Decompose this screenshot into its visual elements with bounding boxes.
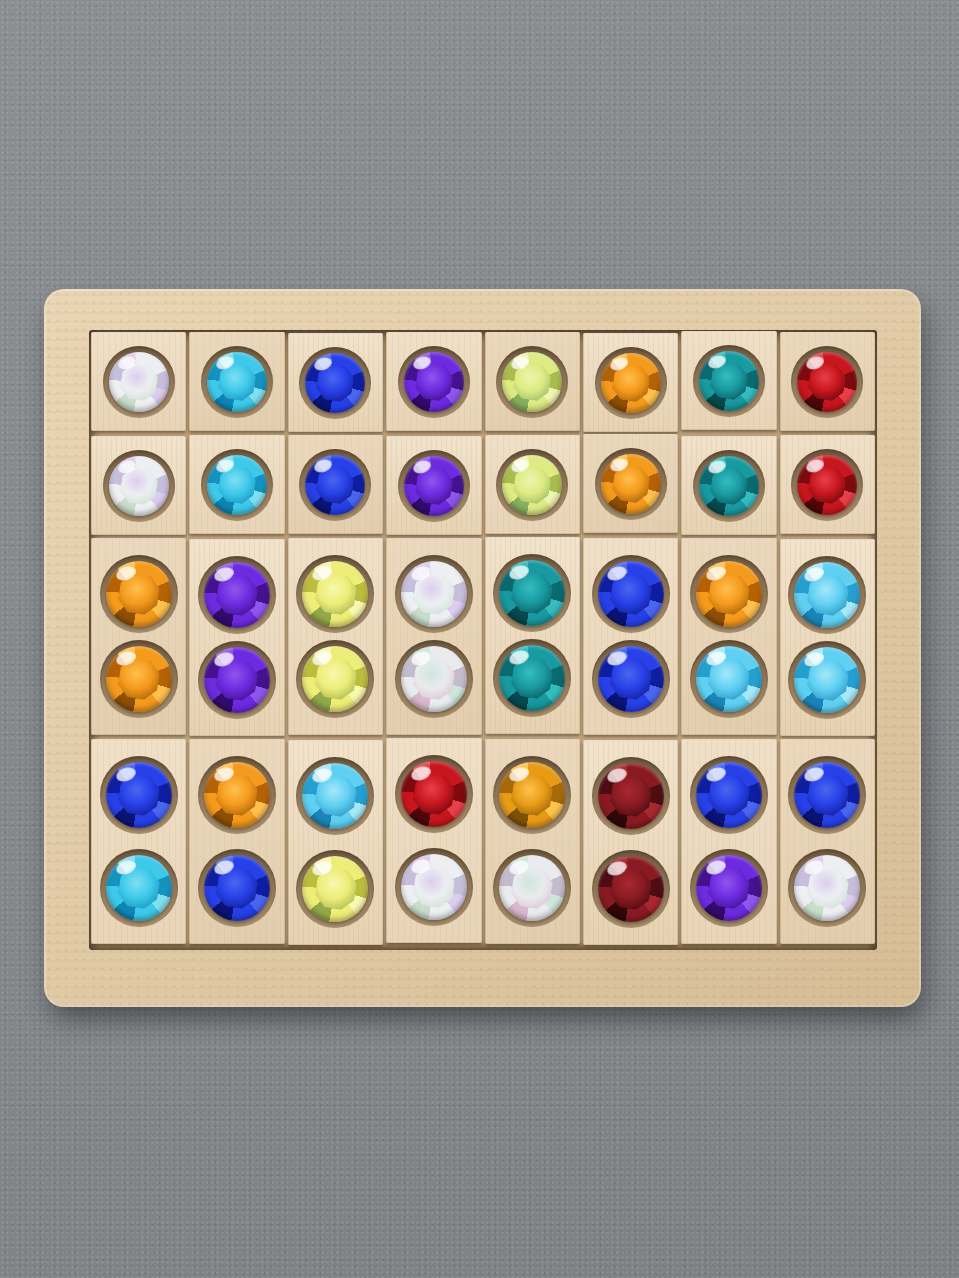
gem-block-r2c7[interactable]: [681, 436, 776, 535]
gem-purple-icon: [696, 855, 762, 921]
gem-block-r2c3[interactable]: [288, 435, 383, 534]
gem-garnet-icon: [598, 856, 664, 922]
gem-skyblue-icon: [696, 646, 762, 712]
gem-blue-icon: [696, 762, 762, 828]
gem-blue-icon: [598, 646, 664, 712]
gem-block-r3c8[interactable]: [780, 539, 875, 736]
gem-blue-icon: [204, 855, 270, 921]
gem-hole: [791, 346, 863, 418]
gem-hole: [791, 449, 863, 521]
gem-hole: [201, 346, 273, 418]
gem-cyan-icon: [207, 455, 267, 515]
gem-hole: [690, 640, 768, 718]
gem-hole: [788, 556, 866, 634]
gem-skyblue-icon: [302, 763, 368, 829]
gem-hole: [398, 346, 470, 418]
gem-hole: [100, 640, 178, 718]
gem-hole: [493, 554, 571, 632]
gem-blue-icon: [794, 762, 860, 828]
gem-teal-icon: [499, 645, 565, 711]
gem-cyan-icon: [106, 855, 172, 921]
gem-blue-icon: [598, 561, 664, 627]
gem-hole: [296, 850, 374, 928]
gem-orange-icon: [204, 762, 270, 828]
gem-red-icon: [401, 761, 467, 827]
gem-block-r4c1[interactable]: [91, 739, 186, 944]
gem-hole: [398, 450, 470, 522]
gem-blue-icon: [106, 762, 172, 828]
gem-hole: [496, 346, 568, 418]
gem-hole: [296, 555, 374, 633]
gem-hole: [299, 347, 371, 419]
gem-block-r4c5[interactable]: [485, 739, 580, 944]
gem-block-r4c7[interactable]: [681, 739, 776, 944]
gem-block-r2c8[interactable]: [780, 435, 875, 534]
gem-block-r1c4[interactable]: [386, 332, 481, 431]
gem-block-r1c2[interactable]: [189, 332, 284, 431]
gem-hole: [595, 448, 667, 520]
gem-orange-icon: [601, 353, 661, 413]
gem-iridescent-icon: [794, 855, 860, 921]
gem-hole: [296, 640, 374, 718]
gem-hole: [395, 555, 473, 633]
gem-block-r4c8[interactable]: [780, 739, 875, 944]
gem-hole: [592, 757, 670, 835]
gem-hole: [103, 450, 175, 522]
gem-block-r3c3[interactable]: [288, 538, 383, 735]
gem-iridescent-icon: [109, 456, 169, 516]
gem-cyan-icon: [207, 352, 267, 412]
gem-hole: [693, 345, 765, 417]
gem-teal-icon: [499, 560, 565, 626]
gem-blue-icon: [305, 353, 365, 413]
gem-block-r1c8[interactable]: [780, 332, 875, 431]
gem-hole: [299, 449, 371, 521]
gem-block-r3c5[interactable]: [485, 537, 580, 734]
gem-hole: [592, 850, 670, 928]
gem-hole: [100, 756, 178, 834]
gem-block-r2c1[interactable]: [91, 436, 186, 535]
gem-hole: [788, 756, 866, 834]
gem-teal-icon: [699, 456, 759, 516]
gem-hole: [198, 849, 276, 927]
gem-hole: [395, 755, 473, 833]
gem-block-r1c5[interactable]: [485, 332, 580, 431]
gem-orange-icon: [696, 561, 762, 627]
gem-yellow-icon: [302, 561, 368, 627]
gem-hole: [198, 641, 276, 719]
gem-hole: [103, 346, 175, 418]
gem-purple-icon: [404, 352, 464, 412]
wooden-tray: [44, 289, 921, 1007]
gem-red-icon: [797, 455, 857, 515]
gem-hole: [496, 449, 568, 521]
gem-hole: [693, 450, 765, 522]
gem-garnet-icon: [598, 763, 664, 829]
gem-block-r1c3[interactable]: [288, 333, 383, 432]
gem-block-r3c6[interactable]: [583, 538, 678, 735]
gem-block-r3c4[interactable]: [386, 538, 481, 735]
gem-iridescent-icon: [401, 854, 467, 920]
gem-iridpink-icon: [401, 646, 467, 712]
gem-block-r1c1[interactable]: [91, 332, 186, 431]
gem-peridot-icon: [502, 352, 562, 412]
block-grid: [91, 332, 875, 944]
gem-purple-icon: [204, 562, 270, 628]
gem-hole: [198, 756, 276, 834]
gem-hole: [595, 347, 667, 419]
gem-hole: [788, 849, 866, 927]
gem-hole: [395, 848, 473, 926]
gem-block-r3c2[interactable]: [189, 539, 284, 736]
gem-purple-icon: [404, 456, 464, 516]
gem-block-r2c4[interactable]: [386, 436, 481, 535]
gem-block-r4c6[interactable]: [583, 740, 678, 945]
gem-iridpink-icon: [499, 855, 565, 921]
gem-yellow-icon: [302, 856, 368, 922]
gem-hole: [395, 640, 473, 718]
gem-hole: [198, 556, 276, 634]
gem-hole: [493, 639, 571, 717]
gem-hole: [100, 555, 178, 633]
gem-amber-icon: [499, 762, 565, 828]
gem-skyblue-icon: [794, 647, 860, 713]
gem-block-r1c7[interactable]: [681, 331, 776, 430]
gem-peridot-icon: [502, 455, 562, 515]
gem-orange-icon: [106, 561, 172, 627]
gem-hole: [592, 640, 670, 718]
gem-block-r4c4[interactable]: [386, 738, 481, 943]
gem-iridescent-icon: [401, 561, 467, 627]
gem-blue-icon: [305, 455, 365, 515]
gem-block-r3c7[interactable]: [681, 538, 776, 735]
gem-hole: [788, 641, 866, 719]
gem-orange-icon: [601, 454, 661, 514]
gem-hole: [296, 757, 374, 835]
gem-block-r2c5[interactable]: [485, 435, 580, 534]
gem-block-r4c2[interactable]: [189, 739, 284, 944]
gem-block-r1c6[interactable]: [583, 333, 678, 432]
gem-hole: [201, 449, 273, 521]
gem-block-r3c1[interactable]: [91, 538, 186, 735]
gem-red-icon: [797, 352, 857, 412]
gem-iridescent-icon: [109, 352, 169, 412]
gem-hole: [493, 756, 571, 834]
gem-purple-icon: [204, 647, 270, 713]
gem-block-r2c6[interactable]: [583, 434, 678, 533]
gem-orange-icon: [106, 646, 172, 712]
gem-skyblue-icon: [794, 562, 860, 628]
gem-block-r4c3[interactable]: [288, 740, 383, 945]
gem-teal-icon: [699, 351, 759, 411]
gem-hole: [100, 849, 178, 927]
fabric-background: [0, 0, 959, 1278]
gem-hole: [690, 555, 768, 633]
gem-hole: [690, 849, 768, 927]
gem-yellow-icon: [302, 646, 368, 712]
tray-well: [89, 330, 877, 950]
gem-hole: [592, 555, 670, 633]
gem-block-r2c2[interactable]: [189, 435, 284, 534]
gem-hole: [690, 756, 768, 834]
gem-hole: [493, 849, 571, 927]
